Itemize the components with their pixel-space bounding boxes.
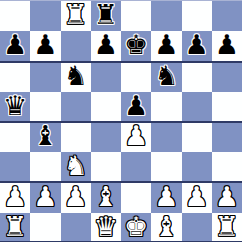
- piece-white-bishop-f1[interactable]: ♝: [154, 213, 178, 242]
- square-e4[interactable]: ♟: [121, 122, 151, 152]
- square-e8[interactable]: [121, 1, 151, 31]
- square-c8[interactable]: ♜: [61, 1, 91, 31]
- square-a7[interactable]: ♟: [0, 31, 30, 61]
- piece-white-rook-a1[interactable]: ♜: [3, 213, 27, 242]
- square-h1[interactable]: ♜: [212, 213, 242, 242]
- square-g5[interactable]: [182, 92, 212, 122]
- square-f3[interactable]: [151, 152, 181, 182]
- square-b5[interactable]: [30, 92, 60, 122]
- square-c5[interactable]: [61, 92, 91, 122]
- square-a3[interactable]: [0, 152, 30, 182]
- square-h5[interactable]: [212, 92, 242, 122]
- square-c2[interactable]: ♟: [61, 183, 91, 213]
- piece-black-king-e7[interactable]: ♚: [124, 31, 148, 60]
- piece-black-queen-a5[interactable]: ♛: [3, 92, 27, 121]
- piece-black-pawn-g7[interactable]: ♟: [185, 31, 209, 60]
- piece-white-pawn-a2[interactable]: ♟: [3, 183, 27, 212]
- square-a2[interactable]: ♟: [0, 183, 30, 213]
- piece-black-pawn-a7[interactable]: ♟: [3, 31, 27, 60]
- square-c1[interactable]: [61, 213, 91, 242]
- square-g4[interactable]: [182, 122, 212, 152]
- square-f2[interactable]: ♟: [151, 183, 181, 213]
- square-c4[interactable]: [61, 122, 91, 152]
- square-e5[interactable]: ♟: [121, 92, 151, 122]
- piece-white-pawn-b2[interactable]: ♟: [33, 183, 57, 212]
- square-c3[interactable]: ♞: [61, 152, 91, 182]
- piece-white-pawn-c2[interactable]: ♟: [64, 183, 88, 212]
- square-h4[interactable]: [212, 122, 242, 152]
- piece-white-rook-c8[interactable]: ♜: [64, 1, 88, 30]
- square-b1[interactable]: [30, 213, 60, 242]
- square-g1[interactable]: [182, 213, 212, 242]
- square-h8[interactable]: [212, 1, 242, 31]
- piece-white-pawn-e4[interactable]: ♟: [124, 122, 148, 151]
- square-e6[interactable]: [121, 62, 151, 92]
- square-b2[interactable]: ♟: [30, 183, 60, 213]
- piece-black-pawn-d7[interactable]: ♟: [94, 31, 118, 60]
- square-b7[interactable]: ♟: [30, 31, 60, 61]
- square-f4[interactable]: [151, 122, 181, 152]
- square-e1[interactable]: ♚: [121, 213, 151, 242]
- square-h7[interactable]: ♟: [212, 31, 242, 61]
- square-e2[interactable]: [121, 183, 151, 213]
- piece-white-pawn-h2[interactable]: ♟: [215, 183, 239, 212]
- piece-white-pawn-f2[interactable]: ♟: [154, 183, 178, 212]
- square-f5[interactable]: [151, 92, 181, 122]
- piece-black-pawn-b7[interactable]: ♟: [33, 31, 57, 60]
- square-g8[interactable]: [182, 1, 212, 31]
- square-d1[interactable]: ♛: [91, 213, 121, 242]
- piece-white-bishop-d2[interactable]: ♝: [94, 183, 118, 212]
- square-h6[interactable]: [212, 62, 242, 92]
- piece-black-knight-f6[interactable]: ♞: [154, 62, 178, 91]
- square-g3[interactable]: [182, 152, 212, 182]
- square-c6[interactable]: ♞: [61, 62, 91, 92]
- square-d2[interactable]: ♝: [91, 183, 121, 213]
- square-f8[interactable]: [151, 1, 181, 31]
- square-a1[interactable]: ♜: [0, 213, 30, 242]
- piece-white-rook-h1[interactable]: ♜: [215, 213, 239, 242]
- square-d3[interactable]: [91, 152, 121, 182]
- piece-white-knight-c3[interactable]: ♞: [64, 152, 88, 181]
- piece-black-pawn-f7[interactable]: ♟: [154, 31, 178, 60]
- piece-white-queen-d1[interactable]: ♛: [94, 213, 118, 242]
- square-d4[interactable]: [91, 122, 121, 152]
- square-b3[interactable]: [30, 152, 60, 182]
- piece-black-pawn-h7[interactable]: ♟: [215, 31, 239, 60]
- piece-white-pawn-g2[interactable]: ♟: [185, 183, 209, 212]
- square-c7[interactable]: [61, 31, 91, 61]
- square-f7[interactable]: ♟: [151, 31, 181, 61]
- square-b4[interactable]: ♝: [30, 122, 60, 152]
- square-h3[interactable]: [212, 152, 242, 182]
- piece-white-king-e1[interactable]: ♚: [124, 213, 148, 242]
- square-a8[interactable]: [0, 1, 30, 31]
- square-g6[interactable]: [182, 62, 212, 92]
- square-f6[interactable]: ♞: [151, 62, 181, 92]
- piece-black-rook-d8[interactable]: ♜: [94, 1, 118, 30]
- square-b8[interactable]: [30, 1, 60, 31]
- chess-board: ♜♜♟♟♟♚♟♟♟♞♞♛♟♝♟♞♟♟♟♝♟♟♟♜♛♚♝♜: [0, 0, 242, 242]
- piece-black-knight-c6[interactable]: ♞: [64, 62, 88, 91]
- square-b6[interactable]: [30, 62, 60, 92]
- square-g2[interactable]: ♟: [182, 183, 212, 213]
- square-d6[interactable]: [91, 62, 121, 92]
- square-a6[interactable]: [0, 62, 30, 92]
- square-d7[interactable]: ♟: [91, 31, 121, 61]
- board-grid: ♜♜♟♟♟♚♟♟♟♞♞♛♟♝♟♞♟♟♟♝♟♟♟♜♛♚♝♜: [0, 1, 242, 242]
- square-a5[interactable]: ♛: [0, 92, 30, 122]
- piece-black-bishop-b4[interactable]: ♝: [33, 122, 57, 151]
- square-e7[interactable]: ♚: [121, 31, 151, 61]
- square-g7[interactable]: ♟: [182, 31, 212, 61]
- square-d8[interactable]: ♜: [91, 1, 121, 31]
- square-e3[interactable]: [121, 152, 151, 182]
- square-h2[interactable]: ♟: [212, 183, 242, 213]
- square-a4[interactable]: [0, 122, 30, 152]
- square-d5[interactable]: [91, 92, 121, 122]
- piece-black-pawn-e5[interactable]: ♟: [124, 92, 148, 121]
- square-f1[interactable]: ♝: [151, 213, 181, 242]
